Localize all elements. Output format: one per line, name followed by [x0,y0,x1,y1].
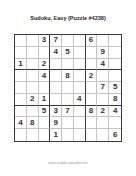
sudoku-cell-r8c1: 4 [15,117,27,129]
sudoku-cell-r4c9 [109,70,121,82]
sudoku-cell-r4c1 [15,70,27,82]
sudoku-cell-r6c4 [50,94,62,106]
sudoku-cell-r2c7 [86,47,98,59]
sudoku-cell-r9c8 [97,129,109,141]
sudoku-cell-r8c4: 9 [50,117,62,129]
sudoku-cell-r7c3: 5 [39,106,51,118]
sudoku-cell-r2c1 [15,47,27,59]
sudoku-cell-r4c8 [97,70,109,82]
sudoku-cell-r3c9 [109,59,121,71]
sudoku-cell-r9c9: 6 [109,129,121,141]
sudoku-cell-r4c5: 8 [62,70,74,82]
sudoku-cell-r2c4: 4 [50,47,62,59]
footer-url: www.sudoku-puzzles.net [19,160,117,164]
sudoku-cell-r9c6 [74,129,86,141]
page-title: Sudoku, Easy (Puzzle #4238) [5,15,130,21]
sudoku-cell-r7c9: 4 [109,106,121,118]
sudoku-cell-r5c5 [62,82,74,94]
sudoku-cell-r1c4: 7 [50,35,62,47]
sudoku-cell-r3c1: 1 [15,59,27,71]
sudoku-cell-r7c2 [27,106,39,118]
sudoku-cell-r6c5 [62,94,74,106]
sudoku-cell-r5c1 [15,82,27,94]
sudoku-cell-r8c8 [97,117,109,129]
sudoku-cell-r3c5 [62,59,74,71]
sudoku-cell-r1c7: 6 [86,35,98,47]
sudoku-cell-r2c9 [109,47,121,59]
sudoku-cell-r8c6 [74,117,86,129]
sudoku-cell-r1c2 [27,35,39,47]
sudoku-cell-r6c9: 8 [109,94,121,106]
sudoku-cell-r5c3 [39,82,51,94]
sudoku-cell-r9c7 [86,129,98,141]
sudoku-cell-r2c3 [39,47,51,59]
sudoku-cell-r9c3 [39,129,51,141]
sudoku-cell-r5c9: 5 [109,82,121,94]
sudoku-cell-r6c6: 4 [74,94,86,106]
sudoku-cell-r7c5: 7 [62,106,74,118]
sudoku-board: 37645912448275214853782448916 [14,34,122,142]
sudoku-cell-r5c7 [86,82,98,94]
sudoku-page: Sudoku, Easy (Puzzle #4238) 376459124482… [0,0,136,176]
sudoku-cell-r4c4 [50,70,62,82]
sudoku-cell-r7c4: 3 [50,106,62,118]
sudoku-cell-r7c7: 8 [86,106,98,118]
sudoku-cell-r8c9 [109,117,121,129]
sudoku-cell-r7c1 [15,106,27,118]
sudoku-cell-r4c2 [27,70,39,82]
sudoku-cell-r3c3: 2 [39,59,51,71]
sudoku-cell-r5c8: 7 [97,82,109,94]
sudoku-cell-r5c4 [50,82,62,94]
sudoku-cell-r8c2: 8 [27,117,39,129]
sudoku-cell-r1c6 [74,35,86,47]
sudoku-cell-r3c8: 4 [97,59,109,71]
sudoku-cell-r6c7 [86,94,98,106]
sudoku-cell-r1c9 [109,35,121,47]
sudoku-cell-r9c2 [27,129,39,141]
sudoku-cell-r6c3: 1 [39,94,51,106]
sudoku-cell-r1c5 [62,35,74,47]
sudoku-cell-r5c6 [74,82,86,94]
sudoku-cell-r6c2: 2 [27,94,39,106]
sudoku-cell-r2c5: 5 [62,47,74,59]
sudoku-cell-r4c7: 2 [86,70,98,82]
sudoku-cell-r9c5 [62,129,74,141]
sudoku-cell-r3c2 [27,59,39,71]
sudoku-cell-r2c6 [74,47,86,59]
sudoku-cell-r6c1 [15,94,27,106]
sudoku-cell-r4c3: 4 [39,70,51,82]
sudoku-cell-r8c5 [62,117,74,129]
sudoku-cell-r3c7 [86,59,98,71]
sudoku-cell-r7c6 [74,106,86,118]
sudoku-cell-r9c1 [15,129,27,141]
sudoku-cell-r1c8 [97,35,109,47]
sudoku-cell-r5c2 [27,82,39,94]
sudoku-cell-r4c6 [74,70,86,82]
sudoku-cell-r3c6 [74,59,86,71]
sudoku-cell-r9c4: 1 [50,129,62,141]
sudoku-cell-r7c8: 2 [97,106,109,118]
sudoku-cell-r8c3 [39,117,51,129]
sudoku-cell-r8c7 [86,117,98,129]
sudoku-cell-r3c4 [50,59,62,71]
sudoku-cell-r2c8: 9 [97,47,109,59]
sudoku-cell-r2c2 [27,47,39,59]
sudoku-cell-r1c1 [15,35,27,47]
sudoku-cell-r1c3: 3 [39,35,51,47]
sudoku-cell-r6c8 [97,94,109,106]
